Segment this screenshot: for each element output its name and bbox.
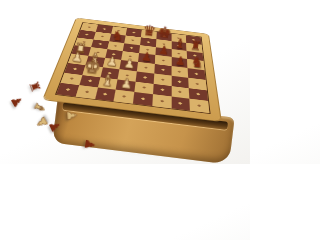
board-cell: ♞ bbox=[187, 59, 204, 70]
board-cell bbox=[100, 67, 120, 79]
board-cell bbox=[95, 88, 116, 102]
board-cell bbox=[190, 99, 210, 113]
scattered-light-pawn: ♟ bbox=[65, 109, 79, 122]
board-cell bbox=[152, 94, 171, 108]
scattered-dark-pawn: ♟ bbox=[82, 137, 97, 151]
board-cell: ♟ bbox=[171, 57, 188, 68]
dark-queen: ♛ bbox=[142, 23, 157, 39]
board-cell bbox=[133, 92, 153, 106]
board-cell: ♜ bbox=[186, 43, 202, 53]
board-cell: ♟ bbox=[68, 54, 88, 65]
scattered-dark-pawn: ♟ bbox=[9, 93, 26, 110]
board-cell bbox=[114, 90, 135, 104]
board-cell bbox=[155, 55, 172, 66]
board-cell bbox=[171, 97, 190, 111]
board-cell bbox=[121, 51, 139, 62]
chess-board: ♛♚♞♝♜♟♜♟♟♞♟♝♟♟♚♝♟ bbox=[55, 22, 211, 114]
dark-king: ♚ bbox=[157, 24, 173, 41]
board-cell bbox=[136, 71, 154, 83]
board-cell bbox=[139, 45, 156, 55]
product-photo-scene: ♛♚♞♝♜♟♜♟♟♞♟♝♟♟♚♝♟ ♜♟♝♟♟♟♟ bbox=[0, 0, 250, 164]
scattered-dark-rook: ♜ bbox=[26, 79, 42, 94]
board-cell bbox=[153, 73, 171, 85]
board-cell bbox=[137, 62, 155, 73]
